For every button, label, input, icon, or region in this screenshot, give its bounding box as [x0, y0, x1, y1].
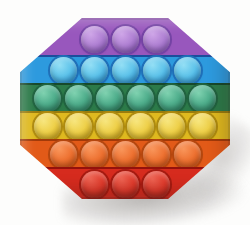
bubble-red-1[interactable]: [81, 171, 108, 198]
bubble-tray-purple: [81, 26, 170, 53]
popit-row-green: [20, 83, 230, 111]
bubble-tray-orange: [50, 141, 201, 168]
bubble-yellow-6[interactable]: [189, 113, 216, 140]
bubble-green-3[interactable]: [96, 85, 123, 112]
bubble-green-2[interactable]: [65, 85, 92, 112]
bubble-orange-1[interactable]: [50, 141, 77, 168]
bubble-blue-2[interactable]: [81, 57, 108, 84]
popit-row-orange: [20, 139, 230, 167]
bubble-blue-1[interactable]: [50, 57, 77, 84]
bubble-blue-4[interactable]: [143, 57, 170, 84]
popit-row-yellow: [20, 111, 230, 139]
bubble-tray-red: [81, 171, 170, 198]
popit-row-blue: [20, 55, 230, 83]
bubble-tray-yellow: [34, 113, 216, 140]
bubble-green-6[interactable]: [189, 85, 216, 112]
bubble-yellow-4[interactable]: [127, 113, 154, 140]
bubble-green-5[interactable]: [158, 85, 185, 112]
bubble-green-1[interactable]: [34, 85, 61, 112]
bubble-red-2[interactable]: [112, 171, 139, 198]
bubble-tray-green: [34, 85, 216, 112]
bubble-blue-3[interactable]: [112, 57, 139, 84]
bubble-yellow-1[interactable]: [34, 113, 61, 140]
popit-board: [20, 18, 230, 199]
bubble-yellow-3[interactable]: [96, 113, 123, 140]
bubble-yellow-5[interactable]: [158, 113, 185, 140]
bubble-red-3[interactable]: [143, 171, 170, 198]
popit-photo: [0, 0, 250, 225]
bubble-orange-2[interactable]: [81, 141, 108, 168]
bubble-green-4[interactable]: [127, 85, 154, 112]
bubble-orange-5[interactable]: [174, 141, 201, 168]
bubble-purple-2[interactable]: [112, 26, 139, 53]
bubble-orange-4[interactable]: [143, 141, 170, 168]
bubble-tray-blue: [50, 57, 201, 84]
bubble-blue-5[interactable]: [174, 57, 201, 84]
popit-row-purple: [20, 18, 230, 55]
bubble-orange-3[interactable]: [112, 141, 139, 168]
bubble-purple-1[interactable]: [81, 26, 108, 53]
bubble-purple-3[interactable]: [143, 26, 170, 53]
bubble-yellow-2[interactable]: [65, 113, 92, 140]
